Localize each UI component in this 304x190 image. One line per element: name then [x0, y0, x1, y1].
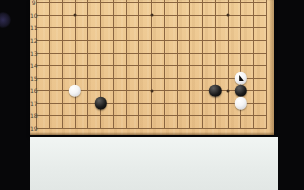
board-intersection[interactable]	[209, 97, 222, 110]
board-intersection[interactable]	[196, 47, 209, 60]
board-intersection[interactable]	[107, 84, 120, 97]
row-label: 9	[30, 0, 36, 6]
board-intersection[interactable]	[158, 84, 171, 97]
board-intersection[interactable]	[209, 72, 222, 85]
row-label: 18	[30, 112, 36, 119]
board-intersection[interactable]	[81, 72, 94, 85]
board-intersection[interactable]	[247, 84, 260, 97]
white-stone	[235, 97, 247, 109]
board-intersection[interactable]	[247, 72, 260, 85]
board-intersection[interactable]	[107, 9, 120, 22]
board-intersection[interactable]	[196, 97, 209, 110]
white-stone	[235, 72, 247, 84]
board-intersection[interactable]	[234, 47, 247, 60]
board-intersection[interactable]	[81, 47, 94, 60]
board-intersection[interactable]	[145, 59, 158, 72]
board-intersection[interactable]	[171, 9, 184, 22]
board-intersection[interactable]	[196, 59, 209, 72]
board-intersection[interactable]	[196, 110, 209, 123]
board-intersection[interactable]	[56, 84, 69, 97]
board-intersection[interactable]	[158, 110, 171, 123]
board-intersection[interactable]	[69, 9, 82, 22]
black-stone	[235, 85, 247, 97]
board-intersection[interactable]	[222, 47, 235, 60]
board-intersection[interactable]	[43, 34, 56, 47]
board-intersection[interactable]	[158, 97, 171, 110]
board-intersection[interactable]	[94, 110, 107, 123]
star-point	[150, 14, 153, 17]
board-intersection[interactable]	[234, 97, 247, 110]
row-label: 15	[30, 75, 36, 82]
board-intersection[interactable]	[43, 47, 56, 60]
board-intersection[interactable]	[222, 9, 235, 22]
board-intersection[interactable]	[69, 97, 82, 110]
board-intersection[interactable]	[183, 84, 196, 97]
board-intersection[interactable]	[120, 84, 133, 97]
board-intersection[interactable]	[94, 0, 107, 9]
last-move-triangle-marker	[237, 75, 244, 82]
board-intersection[interactable]	[158, 9, 171, 22]
board-intersection[interactable]	[183, 34, 196, 47]
row-label: 19	[30, 125, 36, 132]
black-stone	[209, 85, 221, 97]
board-intersection[interactable]	[196, 84, 209, 97]
board-intersection[interactable]	[69, 34, 82, 47]
board-intersection[interactable]	[171, 72, 184, 85]
board-intersection[interactable]	[120, 0, 133, 9]
board-intersection[interactable]	[234, 34, 247, 47]
board-intersection[interactable]	[81, 110, 94, 123]
board-intersection[interactable]	[247, 97, 260, 110]
row-label: 11	[30, 24, 36, 31]
board-intersection[interactable]	[132, 47, 145, 60]
board-intersection[interactable]	[94, 9, 107, 22]
board-intersection[interactable]	[145, 22, 158, 35]
board-intersection[interactable]	[120, 110, 133, 123]
board-intersection[interactable]	[81, 0, 94, 9]
board-intersection[interactable]	[222, 97, 235, 110]
player-glow-icon	[0, 12, 11, 28]
board-intersection[interactable]	[107, 22, 120, 35]
board-intersection[interactable]	[81, 84, 94, 97]
board-intersection[interactable]	[247, 22, 260, 35]
board-intersection[interactable]	[43, 9, 56, 22]
board-intersection[interactable]	[234, 22, 247, 35]
board-intersection[interactable]	[132, 59, 145, 72]
board-intersection[interactable]	[145, 110, 158, 123]
board-intersection[interactable]	[158, 22, 171, 35]
board-intersection[interactable]	[120, 72, 133, 85]
board-intersection[interactable]	[171, 97, 184, 110]
board-intersection[interactable]	[209, 84, 222, 97]
white-stone	[69, 85, 81, 97]
board-intersection[interactable]	[107, 59, 120, 72]
board-intersection[interactable]	[43, 0, 56, 9]
board-intersection[interactable]	[69, 47, 82, 60]
board-intersection[interactable]	[158, 34, 171, 47]
go-board: 910111213141516171819	[30, 0, 274, 135]
board-intersection[interactable]	[183, 110, 196, 123]
board-intersection[interactable]	[209, 47, 222, 60]
star-point	[74, 14, 77, 17]
board-intersection[interactable]	[132, 34, 145, 47]
board-intersection[interactable]	[94, 47, 107, 60]
board-intersection[interactable]	[158, 47, 171, 60]
board-intersection[interactable]	[56, 97, 69, 110]
board-intersection[interactable]	[158, 72, 171, 85]
board-intersection[interactable]	[145, 97, 158, 110]
board-intersection[interactable]	[196, 34, 209, 47]
board-intersection[interactable]	[94, 72, 107, 85]
board-intersection[interactable]	[69, 84, 82, 97]
board-intersection[interactable]	[56, 72, 69, 85]
board-intersection[interactable]	[69, 72, 82, 85]
board-intersection[interactable]	[69, 22, 82, 35]
board-intersection[interactable]	[81, 9, 94, 22]
board-intersection[interactable]	[209, 110, 222, 123]
board-intersection[interactable]	[43, 110, 56, 123]
board-intersection[interactable]	[183, 0, 196, 9]
row-label: 10	[30, 12, 36, 19]
board-intersection[interactable]	[171, 22, 184, 35]
board-intersection[interactable]	[145, 9, 158, 22]
board-intersection[interactable]	[247, 59, 260, 72]
row-labels: 910111213141516171819	[30, 0, 36, 135]
board-intersection[interactable]	[222, 22, 235, 35]
board-intersection[interactable]	[183, 59, 196, 72]
board-intersection[interactable]	[132, 97, 145, 110]
board-intersection[interactable]	[234, 110, 247, 123]
board-intersection[interactable]	[209, 34, 222, 47]
board-intersection[interactable]	[209, 0, 222, 9]
board-intersection[interactable]	[247, 47, 260, 60]
board-intersection[interactable]	[222, 0, 235, 9]
board-intersection[interactable]	[81, 22, 94, 35]
board-intersection[interactable]	[107, 97, 120, 110]
board-intersection[interactable]	[209, 9, 222, 22]
video-frame: 910111213141516171819	[0, 0, 304, 190]
board-intersection[interactable]	[196, 9, 209, 22]
board-intersection[interactable]	[183, 9, 196, 22]
board-intersection[interactable]	[120, 97, 133, 110]
board-intersection[interactable]	[43, 59, 56, 72]
board-intersection[interactable]	[234, 72, 247, 85]
row-label: 17	[30, 100, 36, 107]
board-intersection[interactable]	[120, 22, 133, 35]
app-panel	[30, 137, 278, 190]
board-intersection[interactable]	[171, 59, 184, 72]
board-intersection[interactable]	[196, 0, 209, 9]
board-intersection[interactable]	[120, 34, 133, 47]
board-intersection[interactable]	[69, 59, 82, 72]
board-intersection[interactable]	[56, 59, 69, 72]
board-intersection[interactable]	[145, 84, 158, 97]
row-label: 16	[30, 87, 36, 94]
board-intersection[interactable]	[234, 84, 247, 97]
board-intersection[interactable]	[120, 47, 133, 60]
board-intersection[interactable]	[247, 110, 260, 123]
board-intersection[interactable]	[56, 34, 69, 47]
board-intersection[interactable]	[94, 97, 107, 110]
row-label: 12	[30, 37, 36, 44]
board-intersection[interactable]	[132, 110, 145, 123]
board-intersection[interactable]	[56, 22, 69, 35]
board-intersection[interactable]	[209, 59, 222, 72]
board-grid	[30, 0, 272, 135]
board-intersection[interactable]	[56, 9, 69, 22]
board-intersection[interactable]	[158, 0, 171, 9]
board-intersection[interactable]	[234, 0, 247, 9]
board-intersection[interactable]	[81, 34, 94, 47]
board-intersection[interactable]	[132, 0, 145, 9]
board-intersection[interactable]	[56, 0, 69, 9]
board-intersection[interactable]	[107, 72, 120, 85]
row-label: 14	[30, 62, 36, 69]
board-intersection[interactable]	[107, 34, 120, 47]
board-intersection[interactable]	[171, 47, 184, 60]
board-edge-right	[269, 0, 274, 135]
board-intersection[interactable]	[145, 34, 158, 47]
board-intersection[interactable]	[81, 97, 94, 110]
board-intersection[interactable]	[43, 72, 56, 85]
board-intersection[interactable]	[94, 22, 107, 35]
board-intersection[interactable]	[56, 47, 69, 60]
board-intersection[interactable]	[132, 84, 145, 97]
board-intersection[interactable]	[247, 34, 260, 47]
board-intersection[interactable]	[56, 110, 69, 123]
board-intersection[interactable]	[171, 34, 184, 47]
board-intersection[interactable]	[247, 0, 260, 9]
board-edge-bottom	[30, 132, 274, 135]
board-intersection[interactable]	[132, 9, 145, 22]
black-stone	[94, 97, 106, 109]
board-intersection[interactable]	[222, 34, 235, 47]
board-intersection[interactable]	[132, 22, 145, 35]
board-intersection[interactable]	[43, 22, 56, 35]
board-intersection[interactable]	[69, 0, 82, 9]
star-point	[150, 89, 153, 92]
board-intersection[interactable]	[107, 47, 120, 60]
board-intersection[interactable]	[94, 59, 107, 72]
board-intersection[interactable]	[171, 110, 184, 123]
board-intersection[interactable]	[94, 34, 107, 47]
board-intersection[interactable]	[196, 22, 209, 35]
board-intersection[interactable]	[69, 110, 82, 123]
board-intersection[interactable]	[120, 59, 133, 72]
board-intersection[interactable]	[145, 47, 158, 60]
board-intersection[interactable]	[234, 59, 247, 72]
board-intersection[interactable]	[171, 84, 184, 97]
board-intersection[interactable]	[145, 0, 158, 9]
board-intersection[interactable]	[247, 9, 260, 22]
board-intersection[interactable]	[209, 22, 222, 35]
board-intersection[interactable]	[183, 97, 196, 110]
board-intersection[interactable]	[234, 9, 247, 22]
board-intersection[interactable]	[107, 0, 120, 9]
board-intersection[interactable]	[222, 72, 235, 85]
board-intersection[interactable]	[145, 72, 158, 85]
board-intersection[interactable]	[107, 110, 120, 123]
board-intersection[interactable]	[171, 0, 184, 9]
board-intersection[interactable]	[222, 59, 235, 72]
board-intersection[interactable]	[222, 110, 235, 123]
board-intersection[interactable]	[183, 72, 196, 85]
board-intersection[interactable]	[43, 97, 56, 110]
board-intersection[interactable]	[132, 72, 145, 85]
board-intersection[interactable]	[222, 84, 235, 97]
board-intersection[interactable]	[183, 47, 196, 60]
star-point	[227, 89, 230, 92]
board-intersection[interactable]	[94, 84, 107, 97]
board-intersection[interactable]	[43, 84, 56, 97]
board-intersection[interactable]	[81, 59, 94, 72]
board-intersection[interactable]	[158, 59, 171, 72]
board-intersection[interactable]	[196, 72, 209, 85]
board-intersection[interactable]	[183, 22, 196, 35]
row-label: 13	[30, 50, 36, 57]
board-intersection[interactable]	[120, 9, 133, 22]
star-point	[227, 14, 230, 17]
